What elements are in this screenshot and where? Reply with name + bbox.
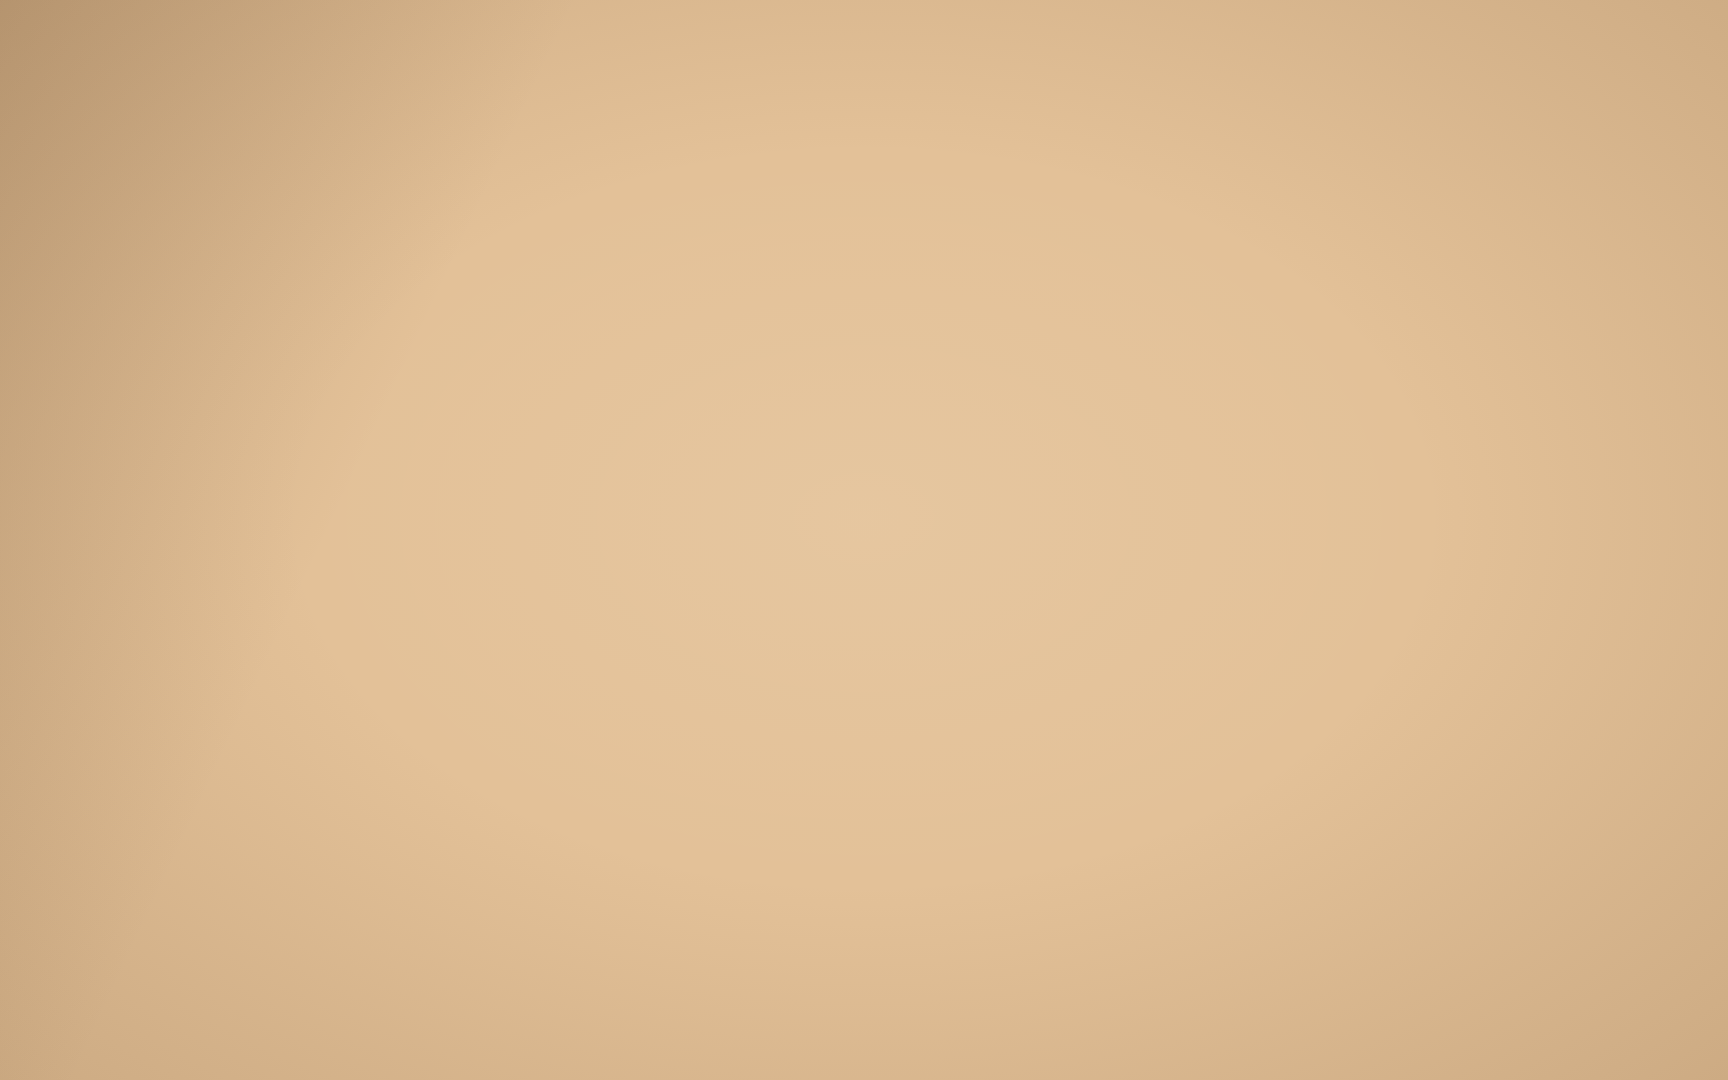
xiangqi-game-screen (0, 0, 1728, 1080)
xiangqi-board[interactable] (0, 0, 1728, 1080)
